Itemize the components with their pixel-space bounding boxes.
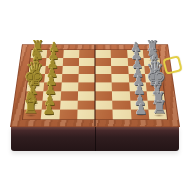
piece-silver-rook-h8: ♜ [151,99,167,117]
piece-gold-rook-h1: ♜ [23,99,39,117]
piece-gold-pawn-h2: ♟ [42,102,55,117]
pieces-layer: ♜♞♝♛♚♝♞♜♟♟♟♟♟♟♟♟♟♟♟♟♟♟♟♟♜♞♝♛♚♝♜♜ [0,0,190,190]
chess-set-photo: ♜♞♝♛♚♝♞♜♟♟♟♟♟♟♟♟♟♟♟♟♟♟♟♟♜♞♝♛♚♝♜♜ [0,0,190,190]
piece-silver-pawn-h7: ♟ [134,102,147,117]
